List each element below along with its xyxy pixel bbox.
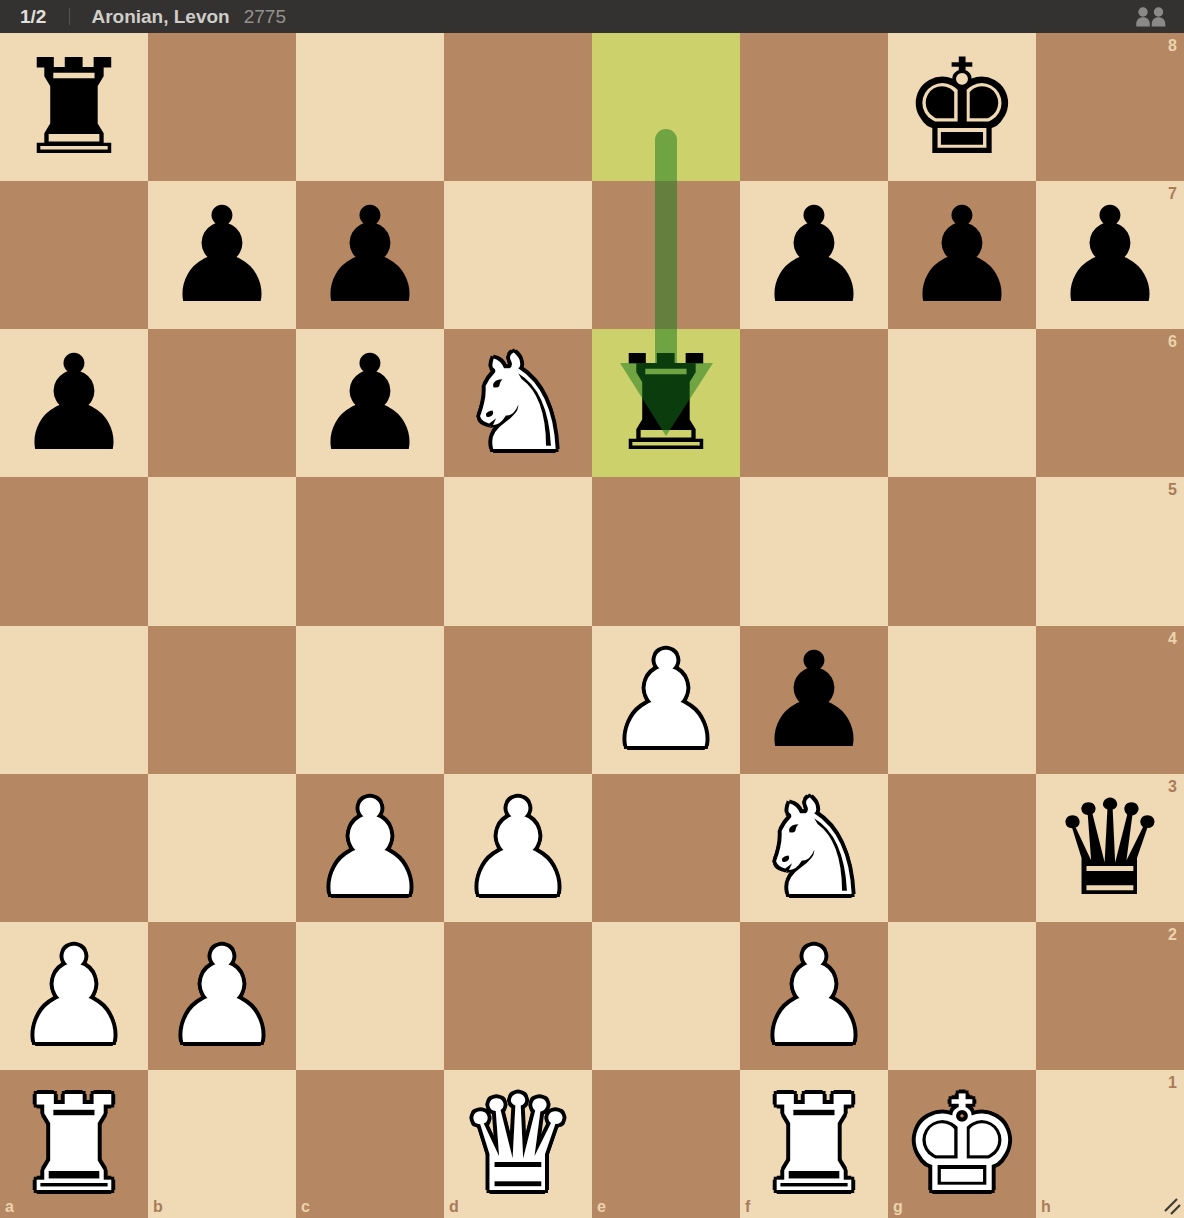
square-b8[interactable]: [148, 33, 296, 181]
square-d3[interactable]: ♟: [444, 774, 592, 922]
board-resize-handle[interactable]: [1160, 1194, 1182, 1216]
square-d8[interactable]: [444, 33, 592, 181]
square-e4[interactable]: ♟: [592, 626, 740, 774]
header-divider: [69, 8, 70, 25]
square-e1[interactable]: [592, 1070, 740, 1218]
square-h2[interactable]: [1036, 922, 1184, 1070]
square-b2[interactable]: ♟: [148, 922, 296, 1070]
square-g7[interactable]: ♟: [888, 181, 1036, 329]
piece-black-pawn[interactable]: ♟: [903, 181, 1021, 329]
square-h7[interactable]: ♟: [1036, 181, 1184, 329]
square-a5[interactable]: [0, 477, 148, 625]
square-e2[interactable]: [592, 922, 740, 1070]
piece-white-king[interactable]: ♚: [903, 1070, 1021, 1218]
piece-white-pawn[interactable]: ♟: [755, 922, 873, 1070]
square-b1[interactable]: [148, 1070, 296, 1218]
square-d2[interactable]: [444, 922, 592, 1070]
square-h5[interactable]: [1036, 477, 1184, 625]
piece-black-queen[interactable]: ♛: [1051, 774, 1169, 922]
square-d7[interactable]: [444, 181, 592, 329]
square-a3[interactable]: [0, 774, 148, 922]
piece-white-pawn[interactable]: ♟: [607, 626, 725, 774]
square-h4[interactable]: [1036, 626, 1184, 774]
square-c5[interactable]: [296, 477, 444, 625]
piece-black-pawn[interactable]: ♟: [163, 181, 281, 329]
square-g4[interactable]: [888, 626, 1036, 774]
piece-white-pawn[interactable]: ♟: [163, 922, 281, 1070]
square-e8[interactable]: [592, 33, 740, 181]
piece-black-pawn[interactable]: ♟: [15, 329, 133, 477]
square-c6[interactable]: ♟: [296, 329, 444, 477]
square-f1[interactable]: ♜: [740, 1070, 888, 1218]
square-a8[interactable]: ♜: [0, 33, 148, 181]
square-c1[interactable]: [296, 1070, 444, 1218]
square-b6[interactable]: [148, 329, 296, 477]
piece-black-pawn[interactable]: ♟: [1051, 181, 1169, 329]
piece-white-knight[interactable]: ♞: [459, 329, 577, 477]
square-c8[interactable]: [296, 33, 444, 181]
piece-white-rook[interactable]: ♜: [15, 1070, 133, 1218]
square-h8[interactable]: [1036, 33, 1184, 181]
square-a6[interactable]: ♟: [0, 329, 148, 477]
square-f6[interactable]: [740, 329, 888, 477]
chess-app: 1/2 Aronian, Levon 2775 ♜♚♟♟♟♟♟♟♟♞♜♟♟♟♟♞…: [0, 0, 1184, 1218]
player-rating: 2775: [244, 6, 286, 28]
piece-black-king[interactable]: ♚: [903, 33, 1021, 181]
square-f2[interactable]: ♟: [740, 922, 888, 1070]
game-header-bar: 1/2 Aronian, Levon 2775: [0, 0, 1184, 33]
square-c4[interactable]: [296, 626, 444, 774]
board: ♜♚♟♟♟♟♟♟♟♞♜♟♟♟♟♞♛♟♟♟♜♛♜♚abcdefgh87654321: [0, 33, 1184, 1218]
player-name[interactable]: Aronian, Levon: [91, 6, 229, 28]
square-c7[interactable]: ♟: [296, 181, 444, 329]
square-b7[interactable]: ♟: [148, 181, 296, 329]
two-players-icon[interactable]: [1134, 6, 1168, 27]
square-h6[interactable]: [1036, 329, 1184, 477]
square-c2[interactable]: [296, 922, 444, 1070]
piece-black-pawn[interactable]: ♟: [755, 181, 873, 329]
square-a2[interactable]: ♟: [0, 922, 148, 1070]
square-g8[interactable]: ♚: [888, 33, 1036, 181]
square-f7[interactable]: ♟: [740, 181, 888, 329]
piece-white-pawn[interactable]: ♟: [459, 774, 577, 922]
piece-black-pawn[interactable]: ♟: [755, 626, 873, 774]
square-b4[interactable]: [148, 626, 296, 774]
square-d4[interactable]: [444, 626, 592, 774]
square-g3[interactable]: [888, 774, 1036, 922]
square-c3[interactable]: ♟: [296, 774, 444, 922]
game-result: 1/2: [20, 6, 46, 28]
square-d1[interactable]: ♛: [444, 1070, 592, 1218]
square-b3[interactable]: [148, 774, 296, 922]
square-e6[interactable]: ♜: [592, 329, 740, 477]
piece-black-rook[interactable]: ♜: [607, 329, 725, 477]
square-f5[interactable]: [740, 477, 888, 625]
square-a7[interactable]: [0, 181, 148, 329]
square-a4[interactable]: [0, 626, 148, 774]
square-a1[interactable]: ♜: [0, 1070, 148, 1218]
square-f3[interactable]: ♞: [740, 774, 888, 922]
square-b5[interactable]: [148, 477, 296, 625]
square-d6[interactable]: ♞: [444, 329, 592, 477]
square-h3[interactable]: ♛: [1036, 774, 1184, 922]
piece-white-knight[interactable]: ♞: [755, 774, 873, 922]
square-d5[interactable]: [444, 477, 592, 625]
square-e5[interactable]: [592, 477, 740, 625]
piece-black-pawn[interactable]: ♟: [311, 181, 429, 329]
square-f4[interactable]: ♟: [740, 626, 888, 774]
piece-black-rook[interactable]: ♜: [15, 33, 133, 181]
piece-black-pawn[interactable]: ♟: [311, 329, 429, 477]
piece-white-pawn[interactable]: ♟: [15, 922, 133, 1070]
square-e7[interactable]: [592, 181, 740, 329]
square-g5[interactable]: [888, 477, 1036, 625]
piece-white-rook[interactable]: ♜: [755, 1070, 873, 1218]
piece-white-queen[interactable]: ♛: [459, 1070, 577, 1218]
piece-white-pawn[interactable]: ♟: [311, 774, 429, 922]
square-g6[interactable]: [888, 329, 1036, 477]
square-g1[interactable]: ♚: [888, 1070, 1036, 1218]
square-e3[interactable]: [592, 774, 740, 922]
square-g2[interactable]: [888, 922, 1036, 1070]
square-f8[interactable]: [740, 33, 888, 181]
